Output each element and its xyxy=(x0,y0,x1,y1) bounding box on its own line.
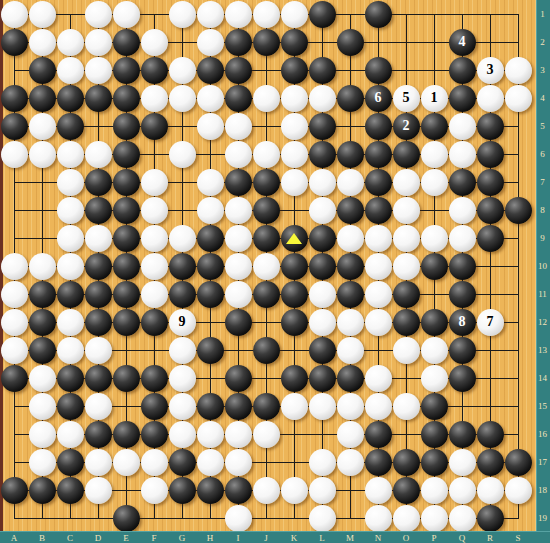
stone-black-Q13[interactable] xyxy=(449,337,476,364)
stone-black-C5[interactable] xyxy=(57,113,84,140)
stone-black-J9[interactable] xyxy=(253,225,280,252)
stone-white-P4[interactable]: 1 xyxy=(421,85,448,112)
stone-white-P13[interactable] xyxy=(421,337,448,364)
stone-black-L1[interactable] xyxy=(309,1,336,28)
stone-white-R12[interactable]: 7 xyxy=(477,309,504,336)
stone-black-C4[interactable] xyxy=(57,85,84,112)
column-label-F: F xyxy=(144,533,164,543)
stone-white-L15[interactable] xyxy=(309,393,336,420)
stone-black-Q10[interactable] xyxy=(449,253,476,280)
stone-white-Q18[interactable] xyxy=(449,477,476,504)
stone-white-N19[interactable] xyxy=(365,505,392,532)
stone-white-R4[interactable] xyxy=(477,85,504,112)
stone-black-S8[interactable] xyxy=(505,197,532,224)
stone-black-E11[interactable] xyxy=(113,281,140,308)
stone-black-N7[interactable] xyxy=(365,169,392,196)
stone-black-H11[interactable] xyxy=(197,281,224,308)
stone-black-R16[interactable] xyxy=(477,421,504,448)
stone-black-I14[interactable] xyxy=(225,365,252,392)
stone-black-B12[interactable] xyxy=(29,309,56,336)
stone-black-H13[interactable] xyxy=(197,337,224,364)
stone-black-E19[interactable] xyxy=(113,505,140,532)
stone-black-K2[interactable] xyxy=(281,29,308,56)
stone-black-K3[interactable] xyxy=(281,57,308,84)
stone-black-O18[interactable] xyxy=(393,477,420,504)
row-label-2: 2 xyxy=(536,37,549,47)
stone-black-F14[interactable] xyxy=(141,365,168,392)
stone-black-S17[interactable] xyxy=(505,449,532,476)
stone-white-B14[interactable] xyxy=(29,365,56,392)
move-number-label: 8 xyxy=(459,315,466,329)
stone-white-A1[interactable] xyxy=(1,1,28,28)
stone-black-I7[interactable] xyxy=(225,169,252,196)
stone-black-O11[interactable] xyxy=(393,281,420,308)
stone-black-H10[interactable] xyxy=(197,253,224,280)
stone-white-A11[interactable] xyxy=(1,281,28,308)
stone-white-I19[interactable] xyxy=(225,505,252,532)
stone-white-J10[interactable] xyxy=(253,253,280,280)
stone-white-I10[interactable] xyxy=(225,253,252,280)
stone-white-F9[interactable] xyxy=(141,225,168,252)
stone-white-B6[interactable] xyxy=(29,141,56,168)
stone-white-I1[interactable] xyxy=(225,1,252,28)
stone-black-R17[interactable] xyxy=(477,449,504,476)
stone-black-D11[interactable] xyxy=(85,281,112,308)
stone-black-N8[interactable] xyxy=(365,197,392,224)
stone-black-D14[interactable] xyxy=(85,365,112,392)
stone-black-K12[interactable] xyxy=(281,309,308,336)
stone-black-A18[interactable] xyxy=(1,477,28,504)
stone-white-R18[interactable] xyxy=(477,477,504,504)
stone-white-B15[interactable] xyxy=(29,393,56,420)
stone-black-K10[interactable] xyxy=(281,253,308,280)
stone-black-L3[interactable] xyxy=(309,57,336,84)
stone-white-F8[interactable] xyxy=(141,197,168,224)
stone-white-H2[interactable] xyxy=(197,29,224,56)
stone-white-Q8[interactable] xyxy=(449,197,476,224)
stone-white-L4[interactable] xyxy=(309,85,336,112)
stone-white-G14[interactable] xyxy=(169,365,196,392)
stone-black-I15[interactable] xyxy=(225,393,252,420)
stone-white-E17[interactable] xyxy=(113,449,140,476)
column-label-O: O xyxy=(396,533,416,543)
stone-white-M12[interactable] xyxy=(337,309,364,336)
stone-white-N12[interactable] xyxy=(365,309,392,336)
stone-black-J13[interactable] xyxy=(253,337,280,364)
stone-black-L10[interactable] xyxy=(309,253,336,280)
stone-white-F18[interactable] xyxy=(141,477,168,504)
stone-white-P18[interactable] xyxy=(421,477,448,504)
stone-white-B2[interactable] xyxy=(29,29,56,56)
stone-black-B18[interactable] xyxy=(29,477,56,504)
stone-black-F16[interactable] xyxy=(141,421,168,448)
stone-black-E4[interactable] xyxy=(113,85,140,112)
stone-white-F4[interactable] xyxy=(141,85,168,112)
stone-black-N16[interactable] xyxy=(365,421,392,448)
stone-black-B4[interactable] xyxy=(29,85,56,112)
stone-white-M15[interactable] xyxy=(337,393,364,420)
stone-white-A6[interactable] xyxy=(1,141,28,168)
stone-black-L9[interactable] xyxy=(309,225,336,252)
stone-white-K1[interactable] xyxy=(281,1,308,28)
stone-white-F7[interactable] xyxy=(141,169,168,196)
stone-white-G9[interactable] xyxy=(169,225,196,252)
move-number-label: 2 xyxy=(403,119,410,133)
row-label-12: 12 xyxy=(536,317,549,327)
stone-white-N10[interactable] xyxy=(365,253,392,280)
stone-white-M7[interactable] xyxy=(337,169,364,196)
stone-black-C17[interactable] xyxy=(57,449,84,476)
stone-white-G1[interactable] xyxy=(169,1,196,28)
stone-white-J18[interactable] xyxy=(253,477,280,504)
stone-white-I9[interactable] xyxy=(225,225,252,252)
triangle-marker-icon xyxy=(286,233,302,244)
stone-black-P16[interactable] xyxy=(421,421,448,448)
stone-black-I4[interactable] xyxy=(225,85,252,112)
stone-black-K14[interactable] xyxy=(281,365,308,392)
stone-white-P7[interactable] xyxy=(421,169,448,196)
stone-black-H3[interactable] xyxy=(197,57,224,84)
stone-black-Q16[interactable] xyxy=(449,421,476,448)
stone-black-P15[interactable] xyxy=(421,393,448,420)
stone-white-B1[interactable] xyxy=(29,1,56,28)
stone-black-G10[interactable] xyxy=(169,253,196,280)
stone-black-N17[interactable] xyxy=(365,449,392,476)
column-label-M: M xyxy=(340,533,360,543)
stone-white-M17[interactable] xyxy=(337,449,364,476)
stone-white-D9[interactable] xyxy=(85,225,112,252)
stone-white-S4[interactable] xyxy=(505,85,532,112)
stone-white-C2[interactable] xyxy=(57,29,84,56)
stone-black-R7[interactable] xyxy=(477,169,504,196)
stone-white-K5[interactable] xyxy=(281,113,308,140)
stone-white-O19[interactable] xyxy=(393,505,420,532)
stone-black-E16[interactable] xyxy=(113,421,140,448)
stone-black-E14[interactable] xyxy=(113,365,140,392)
stone-black-Q2[interactable]: 4 xyxy=(449,29,476,56)
stone-black-J15[interactable] xyxy=(253,393,280,420)
stone-white-S18[interactable] xyxy=(505,477,532,504)
stone-white-B10[interactable] xyxy=(29,253,56,280)
stone-black-Q4[interactable] xyxy=(449,85,476,112)
move-number-label: 6 xyxy=(375,91,382,105)
stone-white-F17[interactable] xyxy=(141,449,168,476)
stone-white-C16[interactable] xyxy=(57,421,84,448)
stone-white-H8[interactable] xyxy=(197,197,224,224)
stone-white-G15[interactable] xyxy=(169,393,196,420)
stone-black-I12[interactable] xyxy=(225,309,252,336)
stone-black-M6[interactable] xyxy=(337,141,364,168)
stone-white-A12[interactable] xyxy=(1,309,28,336)
stone-black-E2[interactable] xyxy=(113,29,140,56)
stone-white-F10[interactable] xyxy=(141,253,168,280)
stone-white-B16[interactable] xyxy=(29,421,56,448)
row-label-9: 9 xyxy=(536,233,549,243)
stone-white-I16[interactable] xyxy=(225,421,252,448)
stone-black-N5[interactable] xyxy=(365,113,392,140)
stone-white-O7[interactable] xyxy=(393,169,420,196)
stone-black-O17[interactable] xyxy=(393,449,420,476)
stone-white-H7[interactable] xyxy=(197,169,224,196)
stone-black-M14[interactable] xyxy=(337,365,364,392)
stone-white-C3[interactable] xyxy=(57,57,84,84)
stone-white-G12[interactable]: 9 xyxy=(169,309,196,336)
stone-black-L13[interactable] xyxy=(309,337,336,364)
stone-black-M8[interactable] xyxy=(337,197,364,224)
stone-white-I8[interactable] xyxy=(225,197,252,224)
stone-black-G17[interactable] xyxy=(169,449,196,476)
stone-black-E5[interactable] xyxy=(113,113,140,140)
column-label-R: R xyxy=(480,533,500,543)
stone-black-R6[interactable] xyxy=(477,141,504,168)
stone-white-N15[interactable] xyxy=(365,393,392,420)
stone-white-A13[interactable] xyxy=(1,337,28,364)
stone-black-L6[interactable] xyxy=(309,141,336,168)
stone-black-J11[interactable] xyxy=(253,281,280,308)
stone-white-Q6[interactable] xyxy=(449,141,476,168)
stone-black-C18[interactable] xyxy=(57,477,84,504)
row-label-10: 10 xyxy=(536,261,549,271)
stone-black-D8[interactable] xyxy=(85,197,112,224)
stone-black-F12[interactable] xyxy=(141,309,168,336)
stone-black-A14[interactable] xyxy=(1,365,28,392)
stone-black-B13[interactable] xyxy=(29,337,56,364)
stone-white-L19[interactable] xyxy=(309,505,336,532)
stone-black-G11[interactable] xyxy=(169,281,196,308)
stone-black-R5[interactable] xyxy=(477,113,504,140)
stone-white-K6[interactable] xyxy=(281,141,308,168)
stone-black-Q14[interactable] xyxy=(449,365,476,392)
stone-white-J4[interactable] xyxy=(253,85,280,112)
stone-white-O13[interactable] xyxy=(393,337,420,364)
stone-black-Q11[interactable] xyxy=(449,281,476,308)
stone-white-P19[interactable] xyxy=(421,505,448,532)
stone-white-Q19[interactable] xyxy=(449,505,476,532)
column-label-E: E xyxy=(116,533,136,543)
stone-black-P12[interactable] xyxy=(421,309,448,336)
stone-black-P17[interactable] xyxy=(421,449,448,476)
stone-black-F5[interactable] xyxy=(141,113,168,140)
stone-white-D18[interactable] xyxy=(85,477,112,504)
stone-black-H18[interactable] xyxy=(197,477,224,504)
stone-white-J6[interactable] xyxy=(253,141,280,168)
stone-white-M9[interactable] xyxy=(337,225,364,252)
stone-black-N3[interactable] xyxy=(365,57,392,84)
stone-white-C9[interactable] xyxy=(57,225,84,252)
stone-black-M10[interactable] xyxy=(337,253,364,280)
stone-black-D7[interactable] xyxy=(85,169,112,196)
move-number-label: 5 xyxy=(403,91,410,105)
stone-black-I3[interactable] xyxy=(225,57,252,84)
stone-black-E7[interactable] xyxy=(113,169,140,196)
stone-white-J1[interactable] xyxy=(253,1,280,28)
stone-white-K15[interactable] xyxy=(281,393,308,420)
stone-black-E10[interactable] xyxy=(113,253,140,280)
stone-black-B3[interactable] xyxy=(29,57,56,84)
stone-black-A2[interactable] xyxy=(1,29,28,56)
stone-white-N18[interactable] xyxy=(365,477,392,504)
stone-black-C14[interactable] xyxy=(57,365,84,392)
stone-white-L12[interactable] xyxy=(309,309,336,336)
stone-white-K18[interactable] xyxy=(281,477,308,504)
stone-white-R3[interactable]: 3 xyxy=(477,57,504,84)
stone-white-O15[interactable] xyxy=(393,393,420,420)
column-label-B: B xyxy=(32,533,52,543)
stone-white-L7[interactable] xyxy=(309,169,336,196)
stone-black-J8[interactable] xyxy=(253,197,280,224)
stone-black-E6[interactable] xyxy=(113,141,140,168)
stone-white-D13[interactable] xyxy=(85,337,112,364)
stone-white-D6[interactable] xyxy=(85,141,112,168)
stone-white-D17[interactable] xyxy=(85,449,112,476)
stone-black-A4[interactable] xyxy=(1,85,28,112)
stone-black-J2[interactable] xyxy=(253,29,280,56)
stone-white-I6[interactable] xyxy=(225,141,252,168)
stone-white-F2[interactable] xyxy=(141,29,168,56)
stone-white-L18[interactable] xyxy=(309,477,336,504)
stone-black-N1[interactable] xyxy=(365,1,392,28)
stone-black-D4[interactable] xyxy=(85,85,112,112)
stone-black-R9[interactable] xyxy=(477,225,504,252)
stone-black-C15[interactable] xyxy=(57,393,84,420)
stone-white-S3[interactable] xyxy=(505,57,532,84)
stone-white-A10[interactable] xyxy=(1,253,28,280)
stone-white-K4[interactable] xyxy=(281,85,308,112)
stone-black-F15[interactable] xyxy=(141,393,168,420)
stone-white-L17[interactable] xyxy=(309,449,336,476)
stone-black-E12[interactable] xyxy=(113,309,140,336)
stone-white-G4[interactable] xyxy=(169,85,196,112)
stone-white-K7[interactable] xyxy=(281,169,308,196)
stone-black-L14[interactable] xyxy=(309,365,336,392)
stone-black-R19[interactable] xyxy=(477,505,504,532)
stone-white-G6[interactable] xyxy=(169,141,196,168)
stone-white-G16[interactable] xyxy=(169,421,196,448)
stone-black-J7[interactable] xyxy=(253,169,280,196)
stone-white-D1[interactable] xyxy=(85,1,112,28)
stone-black-I2[interactable] xyxy=(225,29,252,56)
stone-white-O10[interactable] xyxy=(393,253,420,280)
stone-white-C8[interactable] xyxy=(57,197,84,224)
row-label-11: 11 xyxy=(536,289,549,299)
stone-white-H4[interactable] xyxy=(197,85,224,112)
stone-white-P6[interactable] xyxy=(421,141,448,168)
stone-black-R8[interactable] xyxy=(477,197,504,224)
stone-black-Q12[interactable]: 8 xyxy=(449,309,476,336)
stone-white-P9[interactable] xyxy=(421,225,448,252)
stone-black-D16[interactable] xyxy=(85,421,112,448)
stone-white-B5[interactable] xyxy=(29,113,56,140)
stone-white-N11[interactable] xyxy=(365,281,392,308)
stone-black-O12[interactable] xyxy=(393,309,420,336)
stone-white-I5[interactable] xyxy=(225,113,252,140)
stone-white-B17[interactable] xyxy=(29,449,56,476)
stone-black-E9[interactable] xyxy=(113,225,140,252)
stone-black-O6[interactable] xyxy=(393,141,420,168)
stone-black-M11[interactable] xyxy=(337,281,364,308)
stone-white-L11[interactable] xyxy=(309,281,336,308)
stone-white-I11[interactable] xyxy=(225,281,252,308)
stone-black-K9[interactable] xyxy=(281,225,308,252)
row-label-5: 5 xyxy=(536,121,549,131)
stone-black-I18[interactable] xyxy=(225,477,252,504)
stone-black-E8[interactable] xyxy=(113,197,140,224)
stone-black-N6[interactable] xyxy=(365,141,392,168)
stone-white-M13[interactable] xyxy=(337,337,364,364)
stone-white-M16[interactable] xyxy=(337,421,364,448)
stone-white-C13[interactable] xyxy=(57,337,84,364)
stone-white-Q17[interactable] xyxy=(449,449,476,476)
stone-white-D2[interactable] xyxy=(85,29,112,56)
column-label-H: H xyxy=(200,533,220,543)
row-label-8: 8 xyxy=(536,205,549,215)
stone-black-F3[interactable] xyxy=(141,57,168,84)
stone-black-H9[interactable] xyxy=(197,225,224,252)
column-label-Q: Q xyxy=(452,533,472,543)
stone-black-O5[interactable]: 2 xyxy=(393,113,420,140)
stone-white-C7[interactable] xyxy=(57,169,84,196)
stone-white-H5[interactable] xyxy=(197,113,224,140)
stone-black-N4[interactable]: 6 xyxy=(365,85,392,112)
stone-white-O4[interactable]: 5 xyxy=(393,85,420,112)
stone-white-D3[interactable] xyxy=(85,57,112,84)
row-label-13: 13 xyxy=(536,345,549,355)
row-labels-bar: 12345678910111213141516171819 xyxy=(536,0,550,531)
stone-white-I17[interactable] xyxy=(225,449,252,476)
stone-black-A5[interactable] xyxy=(1,113,28,140)
stone-white-D15[interactable] xyxy=(85,393,112,420)
stone-black-P10[interactable] xyxy=(421,253,448,280)
column-label-L: L xyxy=(312,533,332,543)
go-board[interactable]: 436512987 xyxy=(0,0,536,531)
stone-black-M2[interactable] xyxy=(337,29,364,56)
stone-white-O8[interactable] xyxy=(393,197,420,224)
stone-black-Q7[interactable] xyxy=(449,169,476,196)
stone-black-E3[interactable] xyxy=(113,57,140,84)
stone-black-G18[interactable] xyxy=(169,477,196,504)
stone-black-C11[interactable] xyxy=(57,281,84,308)
stone-white-Q9[interactable] xyxy=(449,225,476,252)
stone-white-H16[interactable] xyxy=(197,421,224,448)
stone-white-H17[interactable] xyxy=(197,449,224,476)
stone-black-M4[interactable] xyxy=(337,85,364,112)
stone-white-G13[interactable] xyxy=(169,337,196,364)
stone-white-F11[interactable] xyxy=(141,281,168,308)
stone-black-P5[interactable] xyxy=(421,113,448,140)
stone-black-H15[interactable] xyxy=(197,393,224,420)
stone-white-E1[interactable] xyxy=(113,1,140,28)
stone-black-D10[interactable] xyxy=(85,253,112,280)
stone-white-L8[interactable] xyxy=(309,197,336,224)
stone-white-O9[interactable] xyxy=(393,225,420,252)
stone-black-D12[interactable] xyxy=(85,309,112,336)
stone-black-L5[interactable] xyxy=(309,113,336,140)
stone-white-C10[interactable] xyxy=(57,253,84,280)
stone-white-H1[interactable] xyxy=(197,1,224,28)
stone-white-G3[interactable] xyxy=(169,57,196,84)
stone-white-C12[interactable] xyxy=(57,309,84,336)
stone-black-K11[interactable] xyxy=(281,281,308,308)
stone-black-B11[interactable] xyxy=(29,281,56,308)
stone-white-N14[interactable] xyxy=(365,365,392,392)
stone-white-C6[interactable] xyxy=(57,141,84,168)
stone-white-N9[interactable] xyxy=(365,225,392,252)
stone-black-Q3[interactable] xyxy=(449,57,476,84)
stone-white-Q5[interactable] xyxy=(449,113,476,140)
row-label-3: 3 xyxy=(536,65,549,75)
stone-white-J16[interactable] xyxy=(253,421,280,448)
stone-white-P14[interactable] xyxy=(421,365,448,392)
